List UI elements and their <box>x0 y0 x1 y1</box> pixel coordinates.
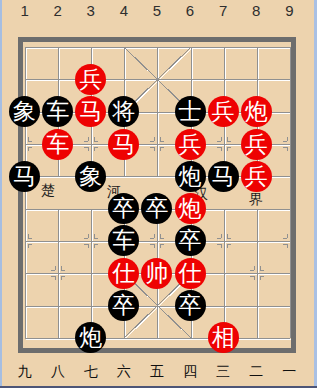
red-elephant[interactable]: 相 <box>208 322 239 353</box>
black-advisor[interactable]: 士 <box>175 96 206 127</box>
black-horse[interactable]: 马 <box>208 161 239 192</box>
black-soldier[interactable]: 卒 <box>141 193 172 224</box>
black-soldier[interactable]: 卒 <box>108 193 139 224</box>
file-label-bottom-2: 八 <box>41 362 74 380</box>
file-labels-top: 123456789 <box>8 2 306 19</box>
black-soldier[interactable]: 卒 <box>175 290 206 321</box>
red-chariot[interactable]: 车 <box>42 129 73 160</box>
red-soldier[interactable]: 兵 <box>75 64 106 95</box>
black-elephant[interactable]: 象 <box>9 96 40 127</box>
file-label-bottom-1: 九 <box>8 362 41 380</box>
file-label-top-3: 3 <box>74 2 107 19</box>
file-label-top-5: 5 <box>140 2 173 19</box>
red-soldier[interactable]: 兵 <box>208 96 239 127</box>
file-label-top-6: 6 <box>173 2 206 19</box>
xiangqi-app: 123456789 九八七六五四三二一 楚 河 汉 界 兵象车马将士兵炮车马兵兵… <box>0 0 317 388</box>
red-horse[interactable]: 马 <box>108 129 139 160</box>
black-horse[interactable]: 马 <box>9 161 40 192</box>
red-cannon[interactable]: 炮 <box>175 193 206 224</box>
file-label-top-7: 7 <box>207 2 240 19</box>
black-soldier[interactable]: 卒 <box>175 225 206 256</box>
window-edge-left <box>0 0 2 388</box>
file-label-top-2: 2 <box>41 2 74 19</box>
black-general[interactable]: 将 <box>108 96 139 127</box>
xiangqi-board[interactable]: 兵象车马将士兵炮车马兵兵马象炮马兵卒卒炮车卒仕帅仕卒卒炮相 <box>8 31 306 354</box>
window-edge-right <box>314 0 317 388</box>
red-general[interactable]: 帅 <box>141 258 172 289</box>
file-label-bottom-8: 二 <box>240 362 273 380</box>
black-soldier[interactable]: 卒 <box>108 290 139 321</box>
file-label-bottom-9: 一 <box>273 362 306 380</box>
red-soldier[interactable]: 兵 <box>175 129 206 160</box>
red-advisor[interactable]: 仕 <box>108 258 139 289</box>
file-label-bottom-6: 四 <box>173 362 206 380</box>
file-label-bottom-4: 六 <box>107 362 140 380</box>
file-labels-bottom: 九八七六五四三二一 <box>8 362 306 380</box>
black-chariot[interactable]: 车 <box>42 96 73 127</box>
black-chariot[interactable]: 车 <box>108 225 139 256</box>
file-label-top-9: 9 <box>273 2 306 19</box>
file-label-top-1: 1 <box>8 2 41 19</box>
file-label-bottom-3: 七 <box>74 362 107 380</box>
file-label-top-4: 4 <box>107 2 140 19</box>
red-horse[interactable]: 马 <box>75 96 106 127</box>
black-elephant[interactable]: 象 <box>75 161 106 192</box>
file-label-top-8: 8 <box>240 2 273 19</box>
black-cannon[interactable]: 炮 <box>175 161 206 192</box>
black-cannon[interactable]: 炮 <box>75 322 106 353</box>
file-label-bottom-7: 三 <box>207 362 240 380</box>
red-soldier[interactable]: 兵 <box>241 129 272 160</box>
file-label-bottom-5: 五 <box>140 362 173 380</box>
red-cannon[interactable]: 炮 <box>241 96 272 127</box>
red-advisor[interactable]: 仕 <box>175 258 206 289</box>
red-soldier[interactable]: 兵 <box>241 161 272 192</box>
